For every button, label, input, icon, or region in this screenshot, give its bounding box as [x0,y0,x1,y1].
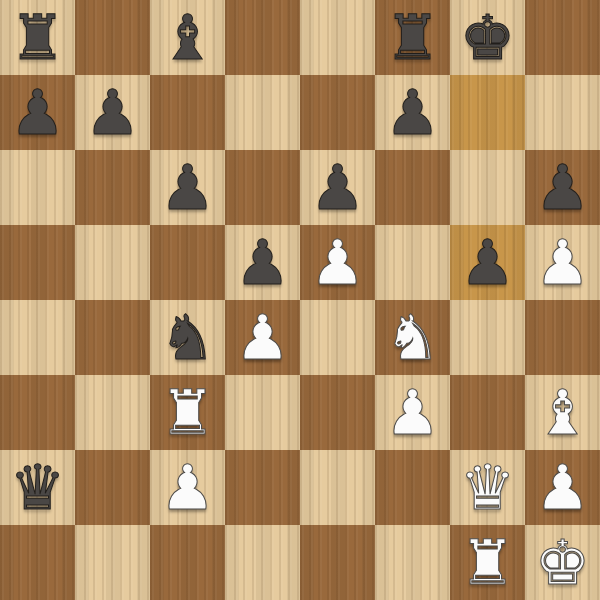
piece-white-rook-g1[interactable]: ♜ [460,525,516,600]
square-c4[interactable]: ♞ [150,300,225,375]
square-e2[interactable] [300,450,375,525]
square-h7[interactable] [525,75,600,150]
square-f3[interactable]: ♟ [375,375,450,450]
piece-white-pawn-h2[interactable]: ♟ [535,450,591,525]
piece-black-pawn-f7[interactable]: ♟ [385,75,441,150]
square-h6[interactable]: ♟ [525,150,600,225]
square-d3[interactable] [225,375,300,450]
square-h4[interactable] [525,300,600,375]
square-f5[interactable] [375,225,450,300]
square-b8[interactable] [75,0,150,75]
square-d2[interactable] [225,450,300,525]
piece-white-pawn-h5[interactable]: ♟ [535,225,591,300]
piece-white-rook-c3[interactable]: ♜ [160,375,216,450]
piece-black-pawn-c6[interactable]: ♟ [160,150,216,225]
square-g8[interactable]: ♚ [450,0,525,75]
chess-board: ♜♝♜♚♟♟♟♟♟♟♟♟♟♟♞♟♞♜♟♝♛♟♛♟♜♚ [0,0,600,600]
square-h5[interactable]: ♟ [525,225,600,300]
square-a4[interactable] [0,300,75,375]
square-d6[interactable] [225,150,300,225]
square-f6[interactable] [375,150,450,225]
square-c7[interactable] [150,75,225,150]
piece-black-pawn-g5[interactable]: ♟ [460,225,516,300]
piece-black-knight-c4[interactable]: ♞ [160,300,216,375]
square-e6[interactable]: ♟ [300,150,375,225]
square-a7[interactable]: ♟ [0,75,75,150]
square-c2[interactable]: ♟ [150,450,225,525]
square-g3[interactable] [450,375,525,450]
piece-black-pawn-d5[interactable]: ♟ [235,225,291,300]
piece-white-bishop-h3[interactable]: ♝ [535,375,591,450]
square-e3[interactable] [300,375,375,450]
piece-white-queen-g2[interactable]: ♛ [460,450,516,525]
piece-black-rook-f8[interactable]: ♜ [385,0,441,75]
square-c8[interactable]: ♝ [150,0,225,75]
square-g1[interactable]: ♜ [450,525,525,600]
piece-black-rook-a8[interactable]: ♜ [10,0,66,75]
piece-black-king-g8[interactable]: ♚ [460,0,516,75]
square-a1[interactable] [0,525,75,600]
square-a3[interactable] [0,375,75,450]
square-e7[interactable] [300,75,375,150]
piece-white-king-h1[interactable]: ♚ [535,525,591,600]
square-f2[interactable] [375,450,450,525]
piece-black-queen-a2[interactable]: ♛ [10,450,66,525]
square-d7[interactable] [225,75,300,150]
square-c3[interactable]: ♜ [150,375,225,450]
piece-white-knight-f4[interactable]: ♞ [385,300,441,375]
piece-white-pawn-f3[interactable]: ♟ [385,375,441,450]
square-b6[interactable] [75,150,150,225]
square-g5[interactable]: ♟ [450,225,525,300]
square-g6[interactable] [450,150,525,225]
square-a2[interactable]: ♛ [0,450,75,525]
square-f7[interactable]: ♟ [375,75,450,150]
square-d4[interactable]: ♟ [225,300,300,375]
square-c1[interactable] [150,525,225,600]
piece-black-pawn-h6[interactable]: ♟ [535,150,591,225]
chess-board-window: ♜♝♜♚♟♟♟♟♟♟♟♟♟♟♞♟♞♜♟♝♛♟♛♟♜♚ [0,0,600,600]
piece-black-pawn-e6[interactable]: ♟ [310,150,366,225]
square-a5[interactable] [0,225,75,300]
square-b4[interactable] [75,300,150,375]
piece-black-pawn-b7[interactable]: ♟ [85,75,141,150]
square-b2[interactable] [75,450,150,525]
piece-white-pawn-d4[interactable]: ♟ [235,300,291,375]
square-e8[interactable] [300,0,375,75]
square-h2[interactable]: ♟ [525,450,600,525]
square-h1[interactable]: ♚ [525,525,600,600]
piece-black-bishop-c8[interactable]: ♝ [160,0,216,75]
square-d8[interactable] [225,0,300,75]
square-f4[interactable]: ♞ [375,300,450,375]
piece-white-pawn-e5[interactable]: ♟ [310,225,366,300]
square-e1[interactable] [300,525,375,600]
square-g4[interactable] [450,300,525,375]
square-e4[interactable] [300,300,375,375]
square-a8[interactable]: ♜ [0,0,75,75]
square-b7[interactable]: ♟ [75,75,150,150]
square-b3[interactable] [75,375,150,450]
square-b1[interactable] [75,525,150,600]
square-f1[interactable] [375,525,450,600]
square-g2[interactable]: ♛ [450,450,525,525]
piece-white-pawn-c2[interactable]: ♟ [160,450,216,525]
square-d5[interactable]: ♟ [225,225,300,300]
square-d1[interactable] [225,525,300,600]
square-f8[interactable]: ♜ [375,0,450,75]
square-e5[interactable]: ♟ [300,225,375,300]
square-c5[interactable] [150,225,225,300]
square-h3[interactable]: ♝ [525,375,600,450]
square-g7[interactable] [450,75,525,150]
square-a6[interactable] [0,150,75,225]
square-h8[interactable] [525,0,600,75]
square-b5[interactable] [75,225,150,300]
piece-black-pawn-a7[interactable]: ♟ [10,75,66,150]
square-c6[interactable]: ♟ [150,150,225,225]
